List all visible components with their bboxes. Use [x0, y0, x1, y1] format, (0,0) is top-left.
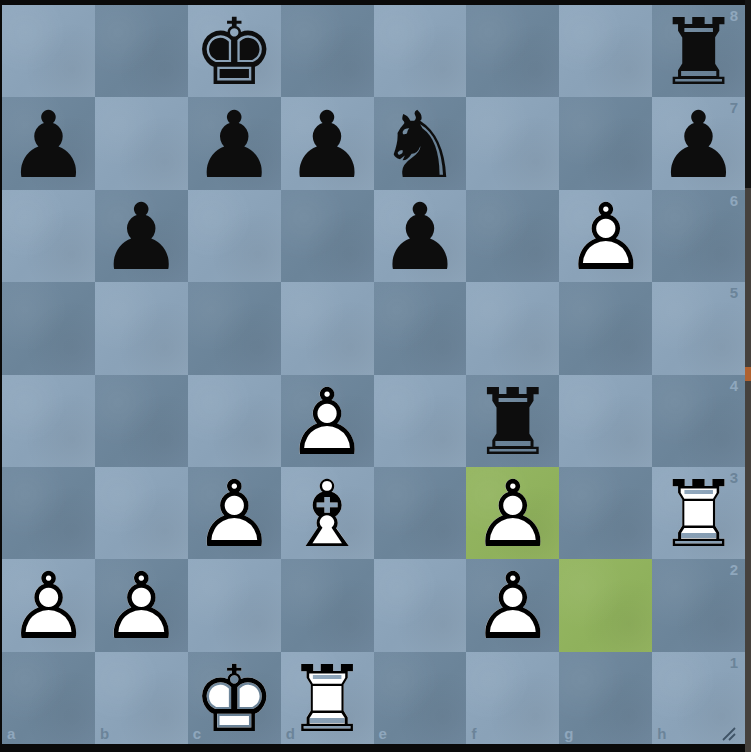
black-pawn[interactable]: ♟ — [281, 97, 374, 189]
square-a7[interactable]: ♟ — [2, 97, 95, 189]
square-e3[interactable] — [374, 467, 467, 559]
square-f1[interactable]: f — [466, 652, 559, 744]
window-left-edge — [0, 0, 2, 752]
white-rook-outline: ♖ — [286, 654, 368, 744]
square-f6[interactable] — [466, 190, 559, 282]
square-c5[interactable] — [188, 282, 281, 374]
square-c3[interactable]: ♟♙ — [188, 467, 281, 559]
black-king[interactable]: ♚ — [188, 5, 281, 97]
square-d3[interactable]: ♝♗ — [281, 467, 374, 559]
square-g5[interactable] — [559, 282, 652, 374]
square-c6[interactable] — [188, 190, 281, 282]
white-pawn-outline: ♙ — [564, 192, 646, 282]
square-h8[interactable]: ♜8 — [652, 5, 745, 97]
square-g4[interactable] — [559, 375, 652, 467]
file-label-b: b — [100, 725, 109, 742]
black-knight[interactable]: ♞ — [374, 97, 467, 189]
square-e4[interactable] — [374, 375, 467, 467]
square-a6[interactable] — [2, 190, 95, 282]
square-g7[interactable] — [559, 97, 652, 189]
square-c4[interactable] — [188, 375, 281, 467]
board-resize-handle-icon[interactable] — [722, 727, 736, 741]
square-a5[interactable] — [2, 282, 95, 374]
square-f2[interactable]: ♟♙ — [466, 559, 559, 651]
white-pawn-outline: ♙ — [472, 561, 554, 651]
white-pawn[interactable]: ♟♙ — [95, 559, 188, 651]
square-d2[interactable] — [281, 559, 374, 651]
square-c1[interactable]: ♚♔c — [188, 652, 281, 744]
white-pawn-outline: ♙ — [472, 469, 554, 559]
square-a3[interactable] — [2, 467, 95, 559]
square-d6[interactable] — [281, 190, 374, 282]
square-c8[interactable]: ♚ — [188, 5, 281, 97]
square-a1[interactable]: a — [2, 652, 95, 744]
rank-label-5: 5 — [730, 284, 738, 301]
black-pawn[interactable]: ♟ — [2, 97, 95, 189]
square-d4[interactable]: ♟♙ — [281, 375, 374, 467]
black-pawn[interactable]: ♟ — [188, 97, 281, 189]
black-rook[interactable]: ♜ — [466, 375, 559, 467]
square-b5[interactable] — [95, 282, 188, 374]
white-pawn[interactable]: ♟♙ — [2, 559, 95, 651]
rank-label-7: 7 — [730, 99, 738, 116]
square-b6[interactable]: ♟ — [95, 190, 188, 282]
white-pawn-outline: ♙ — [193, 469, 275, 559]
square-b2[interactable]: ♟♙ — [95, 559, 188, 651]
file-label-e: e — [379, 725, 387, 742]
square-c2[interactable] — [188, 559, 281, 651]
square-g2[interactable] — [559, 559, 652, 651]
square-d5[interactable] — [281, 282, 374, 374]
file-label-g: g — [564, 725, 573, 742]
black-pawn[interactable]: ♟ — [374, 190, 467, 282]
white-pawn[interactable]: ♟♙ — [188, 467, 281, 559]
rank-label-6: 6 — [730, 192, 738, 209]
rank-label-4: 4 — [730, 377, 738, 394]
black-rook-glyph: ♜ — [472, 377, 554, 467]
square-h7[interactable]: ♟7 — [652, 97, 745, 189]
black-knight-glyph: ♞ — [379, 99, 461, 189]
square-c7[interactable]: ♟ — [188, 97, 281, 189]
square-a8[interactable] — [2, 5, 95, 97]
square-b1[interactable]: b — [95, 652, 188, 744]
black-pawn-glyph: ♟ — [7, 99, 89, 189]
file-label-a: a — [7, 725, 15, 742]
black-rook-glyph: ♜ — [657, 7, 739, 97]
white-pawn[interactable]: ♟♙ — [466, 559, 559, 651]
black-pawn-glyph: ♟ — [100, 192, 182, 282]
square-d8[interactable] — [281, 5, 374, 97]
square-b4[interactable] — [95, 375, 188, 467]
chess-board[interactable]: ♚♜8♟♟♟♞♟7♟♟♟♙65♟♙♜4♟♙♝♗♟♙♜♖3♟♙♟♙♟♙2ab♚♔c… — [2, 5, 745, 744]
square-g6[interactable]: ♟♙ — [559, 190, 652, 282]
square-b8[interactable] — [95, 5, 188, 97]
black-pawn[interactable]: ♟ — [95, 190, 188, 282]
white-pawn[interactable]: ♟♙ — [466, 467, 559, 559]
white-pawn[interactable]: ♟♙ — [281, 375, 374, 467]
square-f5[interactable] — [466, 282, 559, 374]
file-label-f: f — [471, 725, 476, 742]
square-g8[interactable] — [559, 5, 652, 97]
square-b3[interactable] — [95, 467, 188, 559]
square-f4[interactable]: ♜ — [466, 375, 559, 467]
square-e5[interactable] — [374, 282, 467, 374]
white-bishop-outline: ♗ — [286, 469, 368, 559]
white-pawn-outline: ♙ — [7, 561, 89, 651]
square-f7[interactable] — [466, 97, 559, 189]
black-pawn-glyph: ♟ — [657, 99, 739, 189]
black-pawn-glyph: ♟ — [379, 192, 461, 282]
white-rook-outline: ♖ — [657, 469, 739, 559]
square-e6[interactable]: ♟ — [374, 190, 467, 282]
window-bottom-edge — [0, 744, 751, 752]
file-label-h: h — [657, 725, 666, 742]
square-h1[interactable]: 1h — [652, 652, 745, 744]
scrollbar-track-top — [745, 0, 751, 188]
square-b7[interactable] — [95, 97, 188, 189]
window-top-edge — [0, 0, 751, 5]
square-a2[interactable]: ♟♙ — [2, 559, 95, 651]
black-pawn-glyph: ♟ — [286, 99, 368, 189]
square-g1[interactable]: g — [559, 652, 652, 744]
white-bishop[interactable]: ♝♗ — [281, 467, 374, 559]
scrollbar-marker[interactable] — [745, 367, 751, 381]
square-f3[interactable]: ♟♙ — [466, 467, 559, 559]
square-f8[interactable] — [466, 5, 559, 97]
black-pawn-glyph: ♟ — [193, 99, 275, 189]
white-pawn-outline: ♙ — [286, 377, 368, 467]
white-king-outline: ♔ — [193, 654, 275, 744]
square-e1[interactable]: e — [374, 652, 467, 744]
square-e8[interactable] — [374, 5, 467, 97]
square-e7[interactable]: ♞ — [374, 97, 467, 189]
rank-label-1: 1 — [730, 654, 738, 671]
scrollbar-track[interactable] — [745, 0, 751, 752]
square-h4[interactable]: 4 — [652, 375, 745, 467]
square-h3[interactable]: ♜♖3 — [652, 467, 745, 559]
square-d1[interactable]: ♜♖d — [281, 652, 374, 744]
rank-label-8: 8 — [730, 7, 738, 24]
black-king-glyph: ♚ — [193, 7, 275, 97]
white-pawn[interactable]: ♟♙ — [559, 190, 652, 282]
app-frame: ♚♜8♟♟♟♞♟7♟♟♟♙65♟♙♜4♟♙♝♗♟♙♜♖3♟♙♟♙♟♙2ab♚♔c… — [0, 0, 751, 752]
rank-label-3: 3 — [730, 469, 738, 486]
square-e2[interactable] — [374, 559, 467, 651]
square-h5[interactable]: 5 — [652, 282, 745, 374]
white-king[interactable]: ♚♔ — [188, 652, 281, 744]
square-g3[interactable] — [559, 467, 652, 559]
square-h2[interactable]: 2 — [652, 559, 745, 651]
file-label-c: c — [193, 725, 201, 742]
rank-label-2: 2 — [730, 561, 738, 578]
square-h6[interactable]: 6 — [652, 190, 745, 282]
white-pawn-outline: ♙ — [100, 561, 182, 651]
square-a4[interactable] — [2, 375, 95, 467]
square-d7[interactable]: ♟ — [281, 97, 374, 189]
file-label-d: d — [286, 725, 295, 742]
